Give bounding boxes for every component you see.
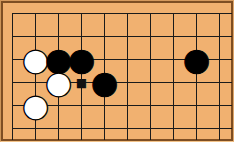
go-board: ■●●●●●●● [0,0,234,142]
go-diagram: ■●●●●●●● [0,0,234,142]
go-stone-white[interactable]: ● [24,48,47,71]
go-stone-white[interactable]: ● [47,71,70,94]
go-stone-black[interactable]: ● [93,71,116,94]
go-stone-black[interactable]: ● [185,48,208,71]
go-stone-black[interactable]: ● [70,48,93,71]
go-grid[interactable]: ■●●●●●●● [12,13,232,140]
go-stone-white[interactable]: ● [24,94,47,117]
